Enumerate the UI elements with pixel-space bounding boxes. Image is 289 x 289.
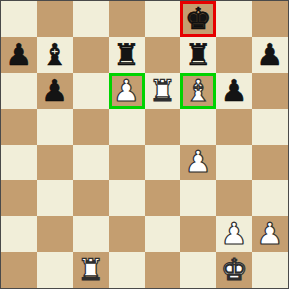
square-c7[interactable] — [73, 37, 109, 73]
square-b5[interactable] — [37, 109, 73, 145]
square-d5[interactable] — [109, 109, 145, 145]
black-rook: ♜ — [113, 40, 140, 70]
square-g1[interactable]: ♚ — [216, 252, 252, 288]
white-pawn: ♟ — [113, 76, 140, 106]
square-b3[interactable] — [37, 180, 73, 216]
square-d1[interactable] — [109, 252, 145, 288]
square-b6[interactable]: ♟ — [37, 73, 73, 109]
square-e5[interactable] — [145, 109, 181, 145]
square-d2[interactable] — [109, 216, 145, 252]
square-g8[interactable] — [216, 1, 252, 37]
square-f4[interactable]: ♟ — [180, 145, 216, 181]
square-c2[interactable] — [73, 216, 109, 252]
square-c5[interactable] — [73, 109, 109, 145]
square-g4[interactable] — [216, 145, 252, 181]
square-h7[interactable]: ♟ — [252, 37, 288, 73]
square-f5[interactable] — [180, 109, 216, 145]
square-f8[interactable]: ♚ — [180, 1, 216, 37]
square-h1[interactable] — [252, 252, 288, 288]
square-b7[interactable]: ♝ — [37, 37, 73, 73]
black-pawn: ♟ — [257, 40, 284, 70]
white-pawn: ♟ — [221, 219, 248, 249]
square-e7[interactable] — [145, 37, 181, 73]
white-rook: ♜ — [149, 76, 176, 106]
square-f7[interactable]: ♜ — [180, 37, 216, 73]
square-c3[interactable] — [73, 180, 109, 216]
square-b8[interactable] — [37, 1, 73, 37]
white-pawn: ♟ — [185, 147, 212, 177]
square-a4[interactable] — [1, 145, 37, 181]
black-king: ♚ — [185, 4, 212, 34]
square-a1[interactable] — [1, 252, 37, 288]
square-e6[interactable]: ♜ — [145, 73, 181, 109]
black-bishop: ♝ — [41, 40, 68, 70]
square-h6[interactable] — [252, 73, 288, 109]
square-c6[interactable] — [73, 73, 109, 109]
white-rook: ♜ — [77, 255, 104, 285]
square-f6[interactable]: ♝ — [180, 73, 216, 109]
square-a6[interactable] — [1, 73, 37, 109]
square-g6[interactable]: ♟ — [216, 73, 252, 109]
square-c8[interactable] — [73, 1, 109, 37]
square-d7[interactable]: ♜ — [109, 37, 145, 73]
square-g7[interactable] — [216, 37, 252, 73]
square-a8[interactable] — [1, 1, 37, 37]
square-a3[interactable] — [1, 180, 37, 216]
square-h2[interactable]: ♟ — [252, 216, 288, 252]
square-b2[interactable] — [37, 216, 73, 252]
square-e4[interactable] — [145, 145, 181, 181]
square-h5[interactable] — [252, 109, 288, 145]
square-f2[interactable] — [180, 216, 216, 252]
square-d3[interactable] — [109, 180, 145, 216]
square-c1[interactable]: ♜ — [73, 252, 109, 288]
black-rook: ♜ — [185, 40, 212, 70]
square-d4[interactable] — [109, 145, 145, 181]
black-pawn: ♟ — [41, 76, 68, 106]
square-c4[interactable] — [73, 145, 109, 181]
square-g5[interactable] — [216, 109, 252, 145]
square-e3[interactable] — [145, 180, 181, 216]
square-e1[interactable] — [145, 252, 181, 288]
black-pawn: ♟ — [221, 76, 248, 106]
square-h8[interactable] — [252, 1, 288, 37]
square-d8[interactable] — [109, 1, 145, 37]
square-f1[interactable] — [180, 252, 216, 288]
square-a7[interactable]: ♟ — [1, 37, 37, 73]
square-a5[interactable] — [1, 109, 37, 145]
square-a2[interactable] — [1, 216, 37, 252]
square-f3[interactable] — [180, 180, 216, 216]
square-h4[interactable] — [252, 145, 288, 181]
square-e2[interactable] — [145, 216, 181, 252]
white-pawn: ♟ — [257, 219, 284, 249]
square-g3[interactable] — [216, 180, 252, 216]
square-g2[interactable]: ♟ — [216, 216, 252, 252]
square-h3[interactable] — [252, 180, 288, 216]
square-b4[interactable] — [37, 145, 73, 181]
white-king: ♚ — [221, 255, 248, 285]
square-b1[interactable] — [37, 252, 73, 288]
black-pawn: ♟ — [5, 40, 32, 70]
white-bishop: ♝ — [185, 76, 212, 106]
square-e8[interactable] — [145, 1, 181, 37]
square-d6[interactable]: ♟ — [109, 73, 145, 109]
chess-board: ♚♟♝♜♜♟♟♟♜♝♟♟♟♟♜♚ — [0, 0, 289, 289]
